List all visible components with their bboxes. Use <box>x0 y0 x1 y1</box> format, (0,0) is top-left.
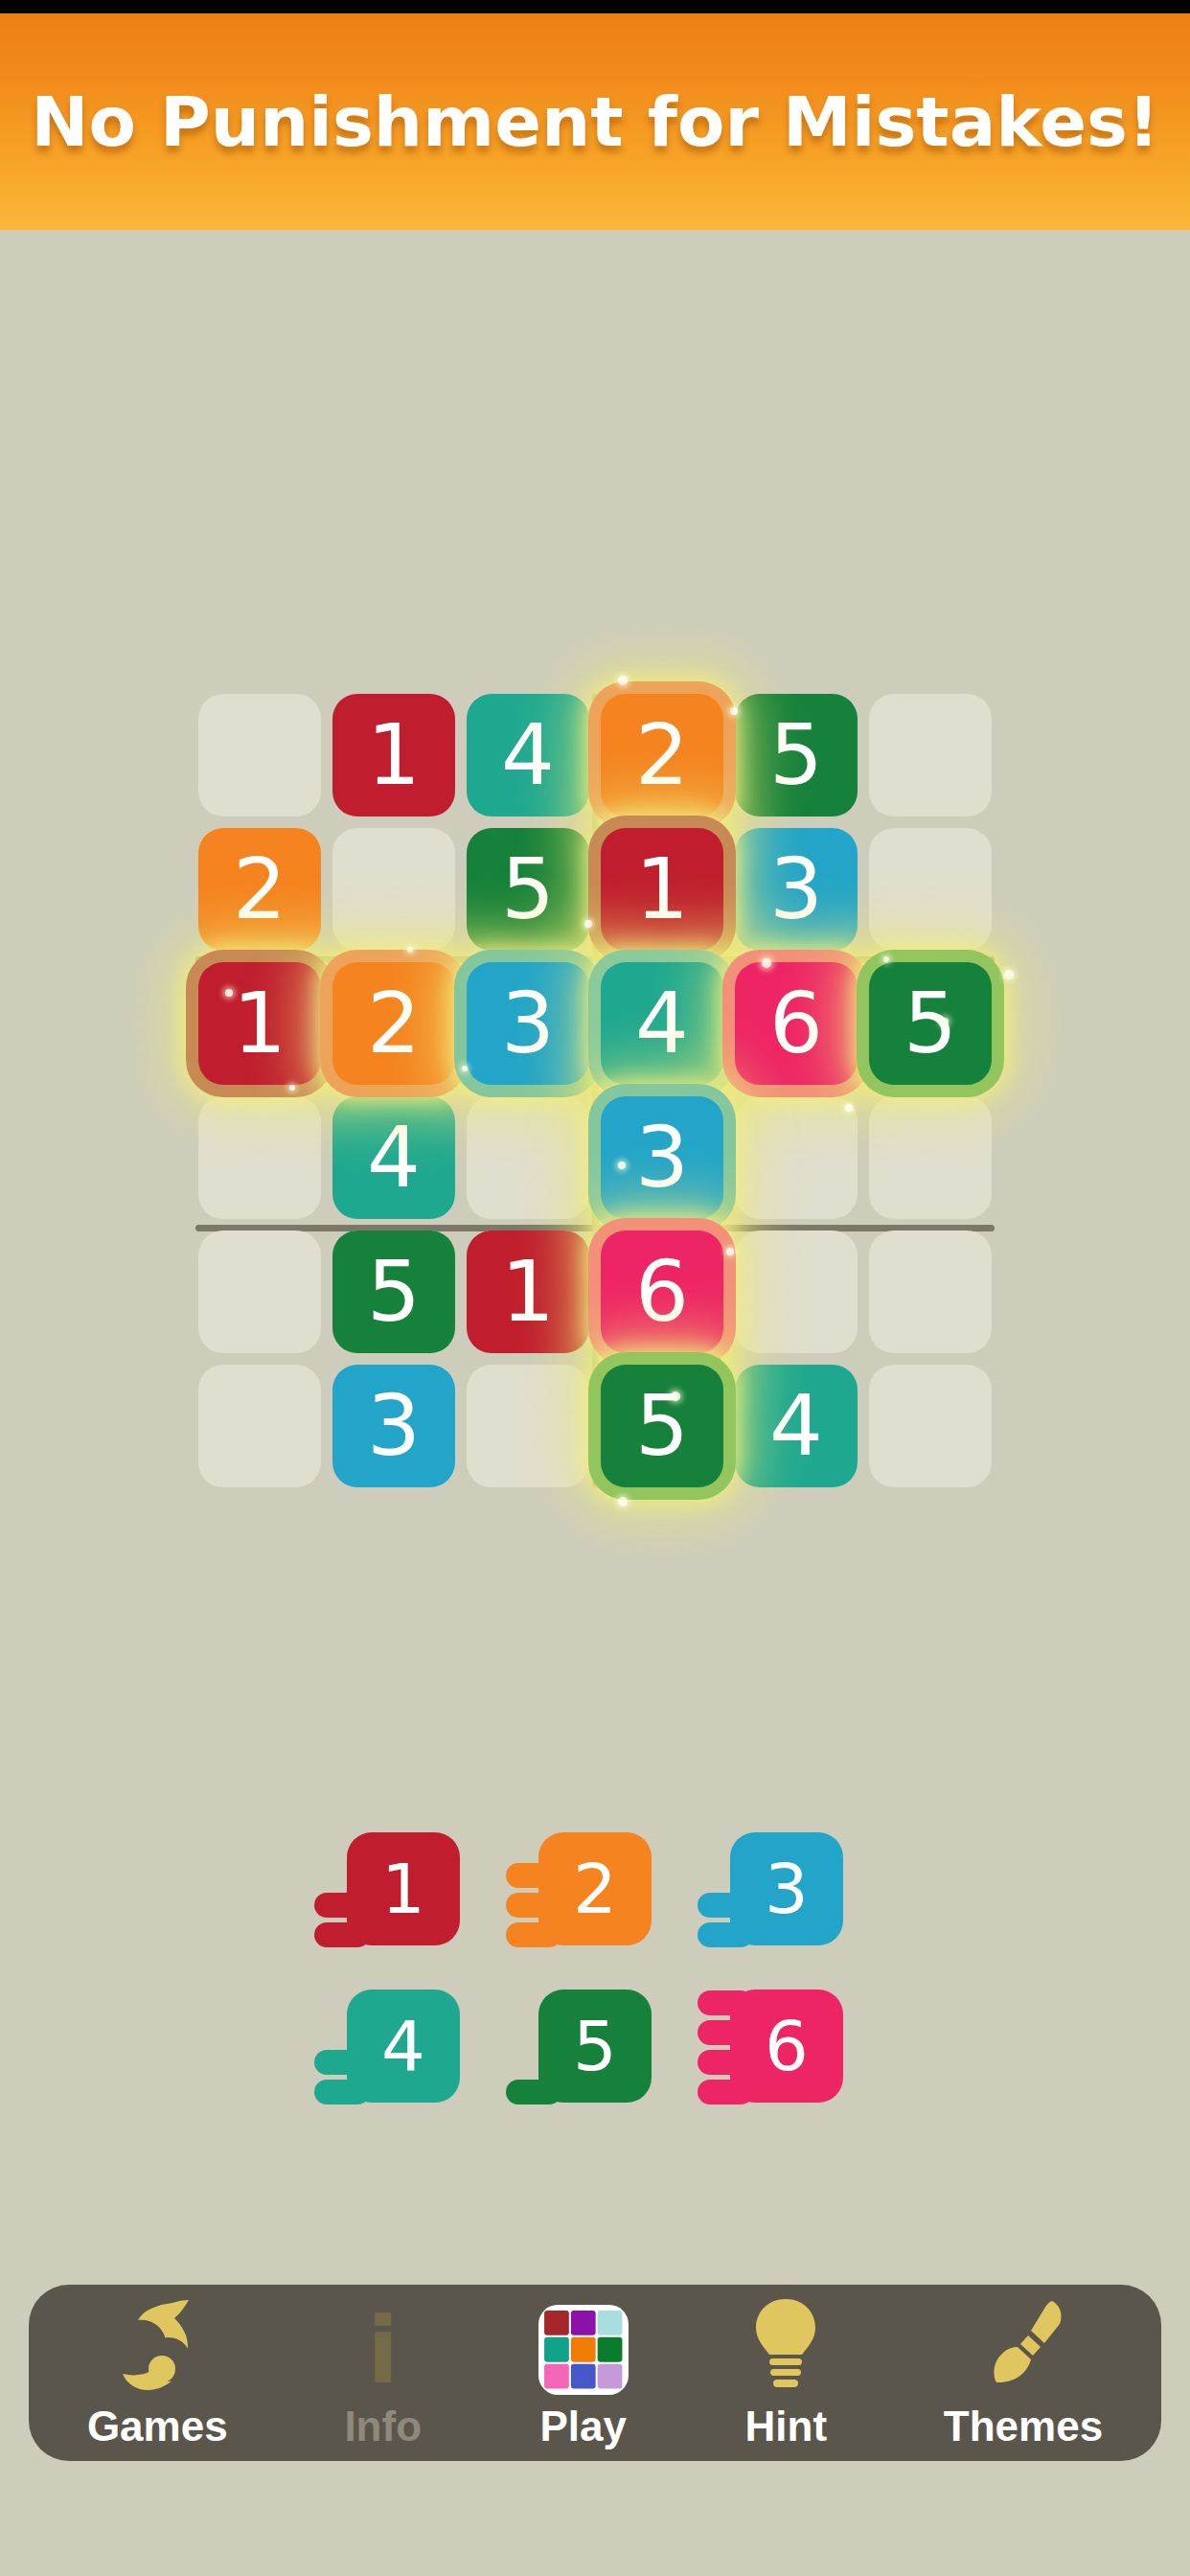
board-cell-r1c2[interactable]: 1 <box>332 694 455 816</box>
nav-item-games[interactable]: Games <box>87 2295 228 2450</box>
sparkle <box>671 1391 680 1401</box>
board-cell-r1c5[interactable]: 5 <box>735 694 858 816</box>
board-cell-r2c4[interactable]: 1 <box>601 828 723 951</box>
nav-item-play[interactable]: Play <box>538 2295 629 2450</box>
board-cell-r6c5[interactable]: 4 <box>735 1365 858 1487</box>
tile-5[interactable]: 5 <box>467 828 589 951</box>
board-cell-r3c3[interactable]: 3 <box>467 962 589 1085</box>
games-logo-icon <box>109 2295 205 2395</box>
tray-tile-number: 6 <box>765 2012 809 2081</box>
app-screen: No Punishment for Mistakes! 142525131234… <box>0 0 1190 2576</box>
board-cell-r2c1[interactable]: 2 <box>198 828 321 951</box>
board-cell-r2c5[interactable]: 3 <box>735 828 858 951</box>
tile-4[interactable]: 4 <box>332 1096 455 1219</box>
tile-tray: 123456 <box>0 1832 1190 2147</box>
count-chip <box>506 1922 561 1947</box>
board-cell-r1c1[interactable] <box>198 694 321 816</box>
tray-tile-5[interactable]: 5 <box>538 1989 652 2103</box>
tile-5[interactable]: 5 <box>332 1230 455 1353</box>
tile-number: 1 <box>367 713 421 797</box>
banner-text: No Punishment for Mistakes! <box>31 81 1159 162</box>
count-chip <box>698 2020 753 2045</box>
nav-label: Info <box>344 2403 422 2450</box>
tile-1[interactable]: 1 <box>467 1230 589 1353</box>
sparkle <box>730 707 738 715</box>
count-chip <box>506 1863 561 1888</box>
tray-count-chips-4 <box>314 2050 370 2104</box>
sparkle <box>762 958 771 968</box>
count-chip <box>314 2050 370 2075</box>
puzzle-board: 1425251312346543516354 <box>198 694 992 1487</box>
nav-label: Themes <box>944 2403 1103 2450</box>
tray-tile-number: 3 <box>765 1854 809 1923</box>
sparkle <box>1004 970 1014 979</box>
nav-label: Hint <box>745 2403 828 2450</box>
board-cell-r4c2[interactable]: 4 <box>332 1096 455 1219</box>
tray-tile-3[interactable]: 3 <box>730 1832 843 1945</box>
tile-3[interactable]: 3 <box>601 1096 723 1219</box>
tile-2[interactable]: 2 <box>198 828 321 951</box>
board-cell-r4c4[interactable]: 3 <box>601 1096 723 1219</box>
nav-label: Games <box>87 2403 228 2450</box>
board-cell-r2c6[interactable] <box>869 828 992 951</box>
nav-label: Play <box>540 2403 628 2450</box>
bottom-nav: GamesiInfo Play Hint Themes <box>29 2285 1161 2461</box>
count-chip <box>698 1893 753 1918</box>
tile-number: 5 <box>904 981 957 1066</box>
board-cell-r5c2[interactable]: 5 <box>332 1230 455 1353</box>
tile-5[interactable]: 5 <box>735 694 858 816</box>
tile-4[interactable]: 4 <box>467 694 589 816</box>
tile-number: 3 <box>635 1115 689 1200</box>
tile-number: 2 <box>233 847 286 931</box>
info-glyph: i <box>367 2308 399 2395</box>
play-grid-icon <box>538 2295 629 2395</box>
tile-number: 4 <box>769 1384 823 1468</box>
board-cell-r3c4[interactable]: 4 <box>601 962 723 1085</box>
board-cell-r3c2[interactable]: 2 <box>332 962 455 1085</box>
tray-count-chips-2 <box>506 1863 561 1947</box>
tile-6[interactable]: 6 <box>735 962 858 1085</box>
board-cell-r5c3[interactable]: 1 <box>467 1230 589 1353</box>
sparkle <box>618 1497 628 1506</box>
tile-1[interactable]: 1 <box>332 694 455 816</box>
sparkle <box>584 920 592 928</box>
tile-number: 1 <box>501 1250 555 1334</box>
paintbrush-icon <box>975 2295 1071 2395</box>
promo-banner: No Punishment for Mistakes! <box>0 13 1190 230</box>
board-cell-r5c6[interactable] <box>869 1230 992 1353</box>
tile-1[interactable]: 1 <box>601 828 723 951</box>
board-cell-r1c4[interactable]: 2 <box>601 694 723 816</box>
tile-4[interactable]: 4 <box>601 962 723 1085</box>
tile-3[interactable]: 3 <box>735 828 858 951</box>
tile-5[interactable]: 5 <box>869 962 992 1085</box>
board-cell-r2c3[interactable]: 5 <box>467 828 589 951</box>
board-cell-r1c3[interactable]: 4 <box>467 694 589 816</box>
sparkle <box>225 989 233 997</box>
board-cell-r5c1[interactable] <box>198 1230 321 1353</box>
nav-item-hint[interactable]: Hint <box>745 2295 828 2450</box>
tray-count-chips-6 <box>698 1990 753 2104</box>
count-chip <box>314 1922 370 1947</box>
tile-2[interactable]: 2 <box>601 694 723 816</box>
tray-count-chips-5 <box>506 2080 561 2104</box>
sparkle <box>883 956 889 962</box>
board-cell-r6c3[interactable] <box>467 1365 589 1487</box>
tray-tile-4[interactable]: 4 <box>347 1989 460 2103</box>
board-cell-r1c6[interactable] <box>869 694 992 816</box>
tray-count-chips-3 <box>698 1893 753 1947</box>
board-cell-r3c5[interactable]: 6 <box>735 962 858 1085</box>
sparkle <box>618 676 628 685</box>
tile-number: 1 <box>635 847 689 931</box>
sparkle <box>941 1018 949 1025</box>
tile-number: 2 <box>635 713 689 797</box>
tray-tile-number: 1 <box>381 1854 425 1923</box>
tile-number: 6 <box>635 1250 689 1334</box>
board-cell-r5c4[interactable]: 6 <box>601 1230 723 1353</box>
sparkle <box>845 1104 853 1112</box>
board-cell-r5c5[interactable] <box>735 1230 858 1353</box>
sparkle <box>726 1248 734 1255</box>
tile-1[interactable]: 1 <box>198 962 321 1085</box>
tile-number: 4 <box>367 1115 421 1200</box>
status-bar <box>0 0 1190 13</box>
tile-number: 3 <box>501 981 555 1066</box>
count-chip <box>698 2050 753 2075</box>
tray-count-chips-1 <box>314 1893 370 1947</box>
info-icon: i <box>367 2295 399 2395</box>
board-cell-r6c4[interactable]: 5 <box>601 1365 723 1487</box>
nav-item-info[interactable]: iInfo <box>344 2295 422 2450</box>
sparkle <box>289 1085 295 1091</box>
board-cell-r2c2[interactable] <box>332 828 455 951</box>
count-chip <box>506 2080 561 2104</box>
board-cell-r6c6[interactable] <box>869 1365 992 1487</box>
tile-4[interactable]: 4 <box>735 1365 858 1487</box>
tile-number: 5 <box>635 1384 689 1468</box>
sparkle <box>407 947 413 953</box>
sparkle <box>462 1066 468 1071</box>
board-cell-r4c1[interactable] <box>198 1096 321 1219</box>
tile-6[interactable]: 6 <box>601 1230 723 1353</box>
tile-3[interactable]: 3 <box>332 1365 455 1487</box>
tile-number: 3 <box>769 847 823 931</box>
tile-number: 1 <box>233 981 286 1066</box>
board-cell-r3c6[interactable]: 5 <box>869 962 992 1085</box>
tile-5[interactable]: 5 <box>601 1365 723 1487</box>
tile-number: 6 <box>769 981 823 1066</box>
count-chip <box>314 2080 370 2104</box>
tray-tile-1[interactable]: 1 <box>347 1832 460 1945</box>
board-cell-r6c2[interactable]: 3 <box>332 1365 455 1487</box>
tile-number: 2 <box>367 981 421 1066</box>
board-cell-r4c5[interactable] <box>735 1096 858 1219</box>
tray-tile-number: 2 <box>573 1854 617 1923</box>
board-cell-r3c1[interactable]: 1 <box>198 962 321 1085</box>
tray-tile-number: 5 <box>573 2012 617 2081</box>
count-chip <box>698 1990 753 2015</box>
board-cell-r4c6[interactable] <box>869 1096 992 1219</box>
lightbulb-icon <box>750 2295 821 2395</box>
tile-3[interactable]: 3 <box>467 962 589 1085</box>
tile-number: 5 <box>367 1250 421 1334</box>
sparkle <box>618 1161 626 1169</box>
count-chip <box>698 2080 753 2104</box>
board-cell-r6c1[interactable] <box>198 1365 321 1487</box>
tray-tile-2[interactable]: 2 <box>538 1832 652 1945</box>
tile-number: 5 <box>769 713 823 797</box>
tile-number: 4 <box>501 713 555 797</box>
count-chip <box>314 1893 370 1918</box>
tile-number: 4 <box>635 981 689 1066</box>
tile-number: 5 <box>501 847 555 931</box>
tray-tile-6[interactable]: 6 <box>730 1989 843 2103</box>
tile-number: 3 <box>367 1384 421 1468</box>
board-cell-r4c3[interactable] <box>467 1096 589 1219</box>
tray-tile-number: 4 <box>381 2012 425 2081</box>
nav-item-themes[interactable]: Themes <box>944 2295 1103 2450</box>
tile-2[interactable]: 2 <box>332 962 455 1085</box>
count-chip <box>698 1922 753 1947</box>
count-chip <box>506 1893 561 1918</box>
